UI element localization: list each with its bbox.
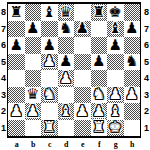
white-pawn-h3[interactable]: ♟ (125, 87, 138, 102)
square-g6[interactable]: ♟ (107, 37, 124, 54)
black-pawn-a6[interactable]: ♟ (10, 38, 23, 53)
square-c5[interactable]: ♟ (41, 54, 58, 71)
square-a4[interactable] (8, 70, 25, 87)
square-a2[interactable]: ♟ (8, 103, 25, 120)
square-d2[interactable]: ♝ (58, 103, 75, 120)
rank-label-6-left: 6 (0, 37, 7, 54)
white-pawn-a2[interactable]: ♟ (10, 104, 23, 119)
file-label-b: b (25, 140, 42, 150)
black-pawn-c6[interactable]: ♟ (43, 38, 56, 53)
rank-label-2-right: 2 (143, 103, 150, 120)
rank-label-8-left: 8 (0, 4, 7, 21)
black-rook-f8[interactable]: ♜ (92, 5, 105, 20)
square-h1[interactable] (124, 120, 141, 137)
rank-label-1-right: 1 (143, 120, 150, 137)
black-knight-d7[interactable]: ♞ (59, 21, 72, 36)
square-c4[interactable] (41, 70, 58, 87)
white-king-g1[interactable]: ♚ (109, 120, 122, 135)
square-g4[interactable] (107, 70, 124, 87)
square-a7[interactable] (8, 21, 25, 38)
file-label-g: g (108, 140, 125, 150)
square-g8[interactable]: ♚ (107, 4, 124, 21)
square-g2[interactable]: ♝ (107, 103, 124, 120)
black-rook-a8[interactable]: ♜ (10, 5, 23, 20)
square-b7[interactable]: ♟ (25, 21, 42, 38)
black-pawn-e7[interactable]: ♟ (76, 21, 89, 36)
rank-label-7-left: 7 (0, 21, 7, 38)
white-bishop-g2[interactable]: ♝ (109, 104, 122, 119)
file-label-c: c (42, 140, 59, 150)
white-pawn-b2[interactable]: ♟ (26, 104, 39, 119)
square-h5[interactable]: ♞ (124, 54, 141, 71)
square-d3[interactable] (58, 87, 75, 104)
white-bishop-d2[interactable]: ♝ (59, 104, 72, 119)
black-bishop-g7[interactable]: ♝ (109, 21, 122, 36)
rank-label-8-right: 8 (143, 4, 150, 21)
rank-labels-right: 87654321 (143, 4, 150, 136)
square-a1[interactable] (8, 120, 25, 137)
rank-label-5-left: 5 (0, 54, 7, 71)
rank-labels-left: 87654321 (0, 4, 7, 136)
square-c8[interactable]: ♝ (41, 4, 58, 21)
square-e6[interactable] (74, 37, 91, 54)
rank-label-4-right: 4 (143, 70, 150, 87)
rank-label-6-right: 6 (143, 37, 150, 54)
square-e4[interactable] (74, 70, 91, 87)
white-rook-f1[interactable]: ♜ (92, 120, 105, 135)
square-d5[interactable]: ♟ (58, 54, 75, 71)
square-d7[interactable]: ♞ (58, 21, 75, 38)
file-label-d: d (58, 140, 75, 150)
square-e3[interactable] (74, 87, 91, 104)
square-c1[interactable]: ♜ (41, 120, 58, 137)
white-rook-c1[interactable]: ♜ (43, 120, 56, 135)
rank-label-3-right: 3 (143, 87, 150, 104)
rank-label-4-left: 4 (0, 70, 7, 87)
square-f8[interactable]: ♜ (91, 4, 108, 21)
square-c6[interactable]: ♟ (41, 37, 58, 54)
file-label-h: h (124, 140, 141, 150)
square-h8[interactable] (124, 4, 141, 21)
square-d4[interactable]: ♟ (58, 70, 75, 87)
black-pawn-b7[interactable]: ♟ (26, 21, 39, 36)
square-h2[interactable] (124, 103, 141, 120)
square-b2[interactable]: ♟ (25, 103, 42, 120)
square-c3[interactable]: ♞ (41, 87, 58, 104)
square-f5[interactable]: ♟ (91, 54, 108, 71)
white-knight-c3[interactable]: ♞ (43, 87, 56, 102)
square-b3[interactable]: ♛ (25, 87, 42, 104)
square-b5[interactable] (25, 54, 42, 71)
square-g7[interactable]: ♝ (107, 21, 124, 38)
white-pawn-e2[interactable]: ♟ (76, 104, 89, 119)
square-f4[interactable] (91, 70, 108, 87)
square-h6[interactable] (124, 37, 141, 54)
square-h3[interactable]: ♟ (124, 87, 141, 104)
rank-label-5-right: 5 (143, 54, 150, 71)
square-d1[interactable] (58, 120, 75, 137)
black-queen-b3[interactable]: ♛ (26, 87, 39, 102)
black-pawn-f5[interactable]: ♟ (92, 54, 105, 69)
square-h4[interactable] (124, 70, 141, 87)
square-c7[interactable] (41, 21, 58, 38)
black-king-g8[interactable]: ♚ (109, 5, 122, 20)
square-f1[interactable]: ♜ (91, 120, 108, 137)
rank-label-7-right: 7 (143, 21, 150, 38)
black-knight-h5[interactable]: ♞ (125, 54, 138, 69)
white-knight-f3[interactable]: ♞ (92, 87, 105, 102)
square-f3[interactable]: ♞ (91, 87, 108, 104)
square-h7[interactable]: ♟ (124, 21, 141, 38)
square-e5[interactable] (74, 54, 91, 71)
square-f7[interactable] (91, 21, 108, 38)
square-b1[interactable] (25, 120, 42, 137)
square-e8[interactable] (74, 4, 91, 21)
chess-diagram: 87654321 ♜♝♛♜♚♟♞♟♝♟♟♟♟♟♟♟♞♟♛♞♞♟♟♟♟♝♟♟♝♜♜… (0, 0, 150, 150)
square-g5[interactable] (107, 54, 124, 71)
white-pawn-f2[interactable]: ♟ (92, 104, 105, 119)
rank-label-1-left: 1 (0, 120, 7, 137)
square-e2[interactable]: ♟ (74, 103, 91, 120)
board[interactable]: ♜♝♛♜♚♟♞♟♝♟♟♟♟♟♟♟♞♟♛♞♞♟♟♟♟♝♟♟♝♜♜♚ (7, 2, 141, 138)
black-pawn-h7[interactable]: ♟ (125, 21, 138, 36)
white-pawn-g3[interactable]: ♟ (109, 87, 122, 102)
square-c2[interactable] (41, 103, 58, 120)
rank-label-3-left: 3 (0, 87, 7, 104)
file-label-f: f (91, 140, 108, 150)
square-f6[interactable] (91, 37, 108, 54)
square-g1[interactable]: ♚ (107, 120, 124, 137)
rank-label-2-left: 2 (0, 103, 7, 120)
square-g3[interactable]: ♟ (107, 87, 124, 104)
black-queen-d8[interactable]: ♛ (59, 5, 72, 20)
file-label-e: e (75, 140, 92, 150)
black-pawn-g6[interactable]: ♟ (109, 38, 122, 53)
black-bishop-c8[interactable]: ♝ (43, 5, 56, 20)
square-b6[interactable] (25, 37, 42, 54)
square-f2[interactable]: ♟ (91, 103, 108, 120)
file-labels: abcdefgh (9, 140, 141, 150)
white-pawn-c5[interactable]: ♟ (43, 54, 56, 69)
square-a3[interactable] (8, 87, 25, 104)
square-e1[interactable] (74, 120, 91, 137)
square-a8[interactable]: ♜ (8, 4, 25, 21)
square-a5[interactable] (8, 54, 25, 71)
square-d8[interactable]: ♛ (58, 4, 75, 21)
square-b4[interactable] (25, 70, 42, 87)
black-pawn-d5[interactable]: ♟ (59, 54, 72, 69)
file-label-a: a (9, 140, 26, 150)
square-e7[interactable]: ♟ (74, 21, 91, 38)
square-a6[interactable]: ♟ (8, 37, 25, 54)
square-d6[interactable] (58, 37, 75, 54)
white-pawn-d4[interactable]: ♟ (59, 71, 72, 86)
square-b8[interactable] (25, 4, 42, 21)
